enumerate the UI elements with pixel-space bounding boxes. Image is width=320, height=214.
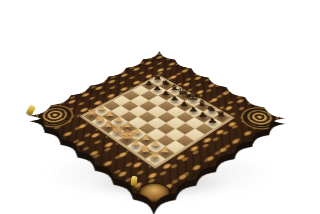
rosette-medallion-icon (239, 106, 280, 131)
corner-crest-icon (135, 179, 174, 206)
chess-set-photo: ♜♞♝♛♚♝♞♜♟♟♟♟♟♟♟♟♟♟♟♟♟♟♟♟♜♞♝♛♚♝♞♜ (0, 0, 320, 214)
rosette-medallion-icon (34, 104, 75, 128)
